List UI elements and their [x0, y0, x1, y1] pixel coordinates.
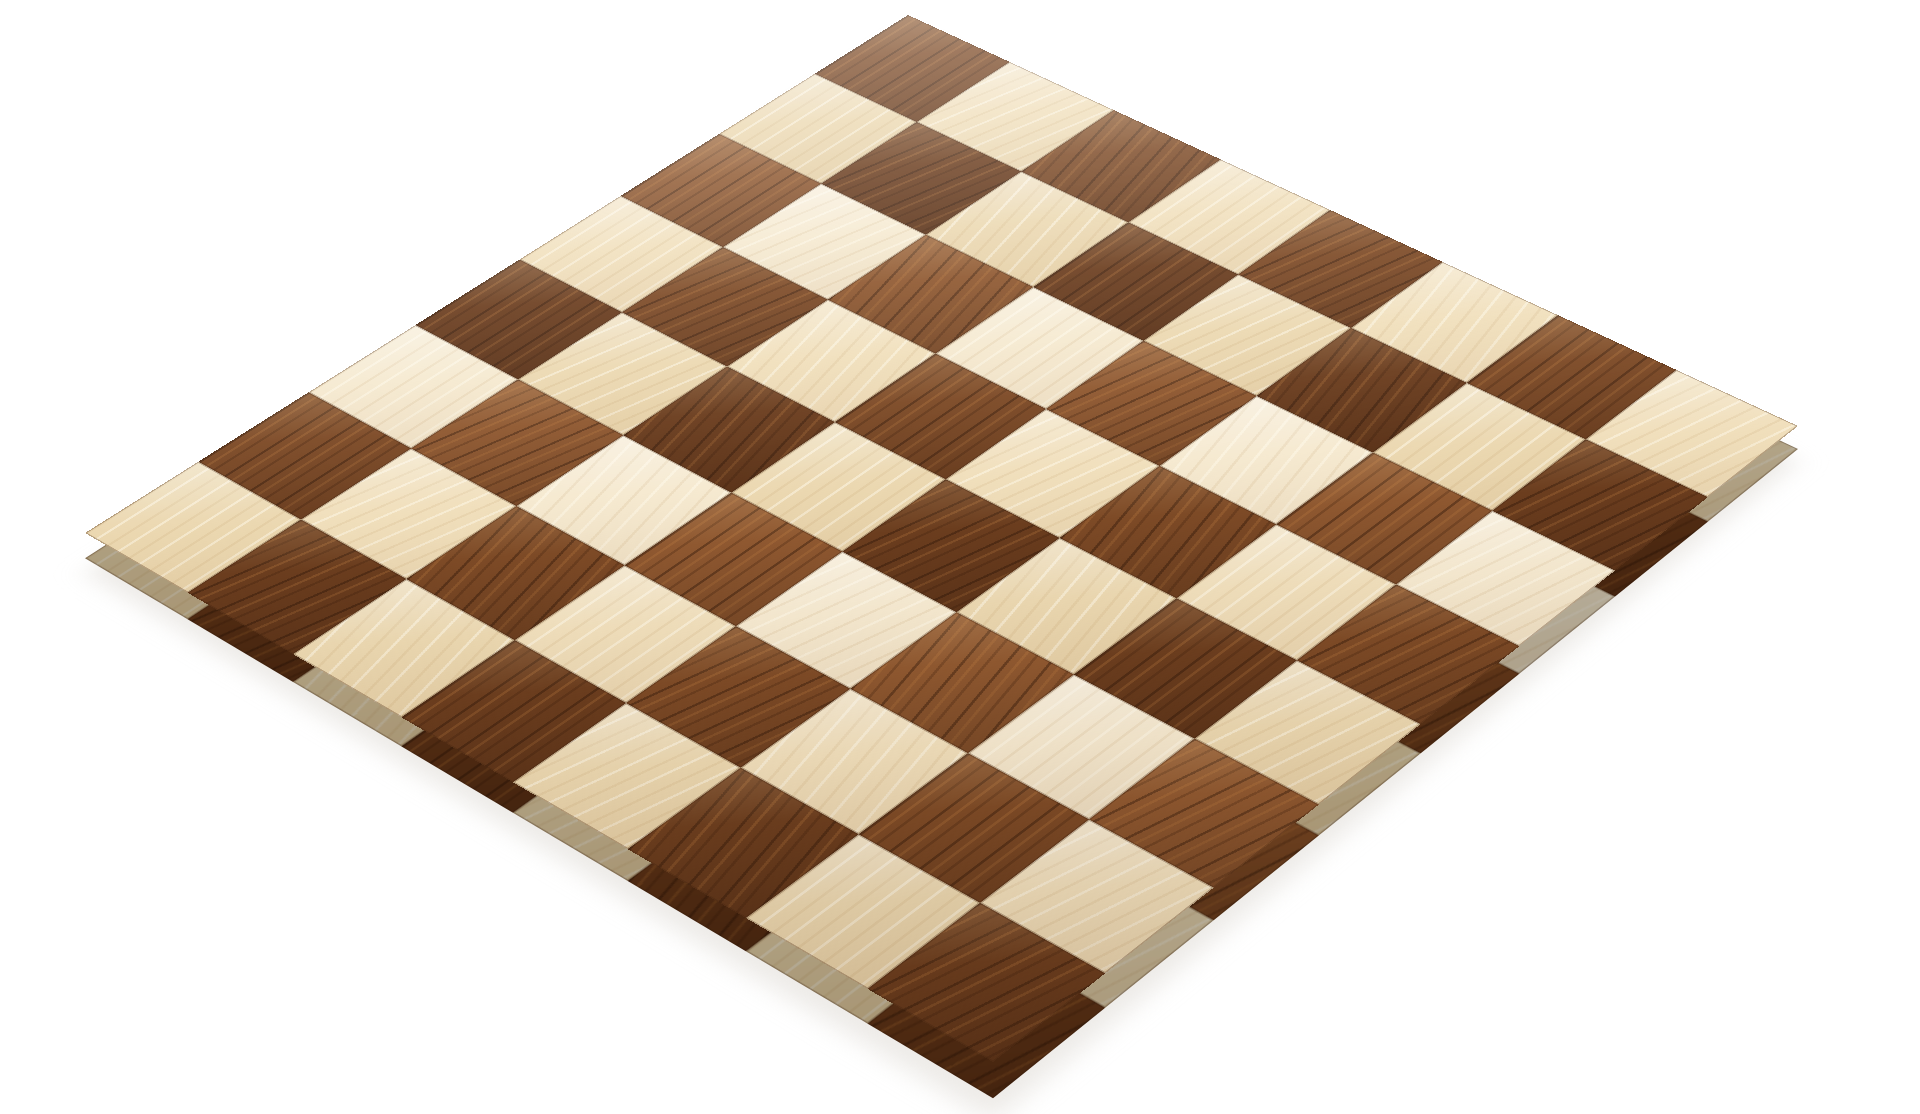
- board-photo-scene: [0, 0, 1920, 1114]
- chess-board: [85, 15, 1798, 1062]
